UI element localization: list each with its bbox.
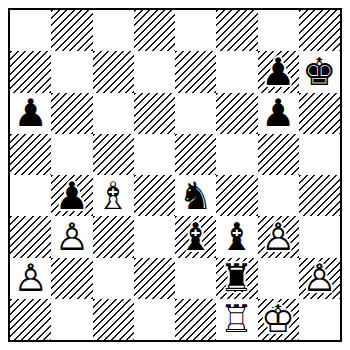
piece-white-bishop[interactable]: ♝♗ [93,175,134,216]
square-b7[interactable] [51,51,92,92]
square-f4[interactable] [216,175,257,216]
piece-black-rook[interactable]: ♜♜ [216,258,257,299]
square-d8[interactable] [134,10,175,51]
black-pawn-icon: ♟ [261,53,295,91]
square-f7[interactable] [216,51,257,92]
square-d3[interactable] [134,216,175,257]
square-c7[interactable] [93,51,134,92]
square-h2[interactable]: ♟♙ [299,258,340,299]
square-a3[interactable] [10,216,51,257]
black-rook-icon: ♜ [220,259,254,297]
square-h1[interactable] [299,299,340,340]
square-f1[interactable]: ♜♖ [216,299,257,340]
square-a2[interactable]: ♟♙ [10,258,51,299]
square-e2[interactable] [175,258,216,299]
square-h3[interactable] [299,216,340,257]
square-h6[interactable] [299,93,340,134]
square-c6[interactable] [93,93,134,134]
black-bishop-icon: ♝ [220,218,254,256]
square-g1[interactable]: ♚♔ [258,299,299,340]
square-d7[interactable] [134,51,175,92]
square-e1[interactable] [175,299,216,340]
piece-white-pawn[interactable]: ♟♙ [51,216,92,257]
white-rook-icon: ♖ [220,300,254,338]
square-a7[interactable] [10,51,51,92]
square-a6[interactable]: ♟♟ [10,93,51,134]
square-e3[interactable]: ♝♝ [175,216,216,257]
square-g3[interactable]: ♟♙ [258,216,299,257]
white-bishop-icon: ♗ [96,177,130,215]
black-pawn-icon: ♟ [55,177,89,215]
black-king-icon: ♚ [302,53,336,91]
chess-diagram-page: ♟♟♚♚♟♟♟♟♟♟♝♗♞♞♟♙♝♝♝♝♟♙♟♙♜♜♟♙♜♖♚♔ [0,0,350,350]
black-pawn-icon: ♟ [14,94,48,132]
square-e6[interactable] [175,93,216,134]
black-bishop-icon: ♝ [179,218,213,256]
black-pawn-icon: ♟ [261,94,295,132]
square-f5[interactable] [216,134,257,175]
square-g2[interactable] [258,258,299,299]
square-c4[interactable]: ♝♗ [93,175,134,216]
black-knight-icon: ♞ [179,177,213,215]
square-b6[interactable] [51,93,92,134]
piece-black-bishop[interactable]: ♝♝ [175,216,216,257]
square-b2[interactable] [51,258,92,299]
square-d2[interactable] [134,258,175,299]
square-d1[interactable] [134,299,175,340]
square-c2[interactable] [93,258,134,299]
white-king-icon: ♔ [261,300,295,338]
square-b8[interactable] [51,10,92,51]
square-c8[interactable] [93,10,134,51]
square-a4[interactable] [10,175,51,216]
square-g4[interactable] [258,175,299,216]
square-g8[interactable] [258,10,299,51]
square-a5[interactable] [10,134,51,175]
piece-white-pawn[interactable]: ♟♙ [258,216,299,257]
square-b1[interactable] [51,299,92,340]
square-g5[interactable] [258,134,299,175]
square-d6[interactable] [134,93,175,134]
square-f8[interactable] [216,10,257,51]
square-a1[interactable] [10,299,51,340]
square-g6[interactable]: ♟♟ [258,93,299,134]
white-pawn-icon: ♙ [261,218,295,256]
square-e7[interactable] [175,51,216,92]
square-c3[interactable] [93,216,134,257]
square-h5[interactable] [299,134,340,175]
square-g7[interactable]: ♟♟ [258,51,299,92]
square-e8[interactable] [175,10,216,51]
square-d4[interactable] [134,175,175,216]
piece-black-bishop[interactable]: ♝♝ [216,216,257,257]
square-d5[interactable] [134,134,175,175]
square-h7[interactable]: ♚♚ [299,51,340,92]
square-c1[interactable] [93,299,134,340]
white-pawn-icon: ♙ [302,259,336,297]
square-f6[interactable] [216,93,257,134]
square-e4[interactable]: ♞♞ [175,175,216,216]
square-e5[interactable] [175,134,216,175]
chess-board: ♟♟♚♚♟♟♟♟♟♟♝♗♞♞♟♙♝♝♝♝♟♙♟♙♜♜♟♙♜♖♚♔ [8,8,342,342]
square-b5[interactable] [51,134,92,175]
square-c5[interactable] [93,134,134,175]
square-b3[interactable]: ♟♙ [51,216,92,257]
square-f2[interactable]: ♜♜ [216,258,257,299]
white-pawn-icon: ♙ [55,218,89,256]
square-b4[interactable]: ♟♟ [51,175,92,216]
piece-black-knight[interactable]: ♞♞ [175,175,216,216]
piece-black-pawn[interactable]: ♟♟ [51,175,92,216]
piece-white-rook[interactable]: ♜♖ [216,299,257,340]
square-h8[interactable] [299,10,340,51]
piece-white-pawn[interactable]: ♟♙ [299,258,340,299]
piece-black-pawn[interactable]: ♟♟ [10,93,51,134]
piece-black-pawn[interactable]: ♟♟ [258,51,299,92]
piece-white-king[interactable]: ♚♔ [258,299,299,340]
piece-white-pawn[interactable]: ♟♙ [10,258,51,299]
white-pawn-icon: ♙ [14,259,48,297]
piece-black-pawn[interactable]: ♟♟ [258,93,299,134]
square-a8[interactable] [10,10,51,51]
square-h4[interactable] [299,175,340,216]
piece-black-king[interactable]: ♚♚ [299,51,340,92]
square-f3[interactable]: ♝♝ [216,216,257,257]
